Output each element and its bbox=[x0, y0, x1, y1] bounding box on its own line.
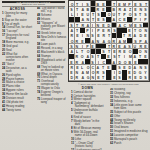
clue-number: 8 bbox=[71, 126, 73, 129]
cell-letter: A bbox=[113, 18, 116, 22]
grid-cell: R bbox=[69, 33, 74, 38]
clue-item: 46 “Life doesn’t stand still,” e.g. bbox=[37, 7, 67, 13]
grid-cell: D bbox=[138, 75, 143, 80]
cell-letter: N bbox=[86, 34, 89, 38]
clue-item: 48 Scheme bbox=[37, 14, 67, 17]
grid-cell: T bbox=[133, 28, 138, 33]
cell-letter: S bbox=[92, 60, 94, 64]
cell-letter: O bbox=[139, 28, 142, 32]
grid-cell: D bbox=[138, 33, 143, 38]
grid-cell: A bbox=[85, 23, 90, 28]
grid-cell: A bbox=[80, 75, 85, 80]
black-square bbox=[101, 54, 106, 59]
cell-letter: D bbox=[134, 71, 137, 75]
grid-cell: I bbox=[80, 44, 85, 49]
clue-number: 62 bbox=[110, 141, 113, 144]
grid-cell: O bbox=[69, 1, 74, 6]
clue-column-across-2: 46 “Life doesn’t stand still,” e.g.48 Sc… bbox=[37, 7, 67, 150]
cell-letter: N bbox=[139, 65, 142, 69]
grid-cell: E bbox=[101, 7, 106, 12]
cell-letter: E bbox=[123, 65, 125, 69]
clue-item: 31 Chirping, say bbox=[110, 91, 148, 94]
clue-item: 18 Bone marrow, e.g. bbox=[2, 40, 33, 43]
black-square bbox=[91, 1, 96, 6]
clue-number: 66 bbox=[37, 58, 40, 61]
black-square bbox=[69, 17, 74, 22]
clue-number: 31 bbox=[2, 80, 5, 83]
cell-letter: B bbox=[113, 7, 116, 11]
clue-item: 9 With 56-Down, real name of 44-Down bbox=[71, 131, 104, 137]
grid-cell: T bbox=[117, 12, 122, 17]
clue-number: 14 bbox=[2, 25, 5, 28]
cell-letter: P bbox=[86, 28, 88, 32]
black-square bbox=[106, 59, 111, 64]
grid-cell: R bbox=[75, 38, 80, 43]
cell-letter: E bbox=[102, 23, 104, 27]
cell-letter: T bbox=[97, 55, 99, 59]
cell-letter: E bbox=[102, 28, 104, 32]
cell-letter: R bbox=[118, 7, 121, 11]
cell-letter: L bbox=[81, 65, 83, 69]
clue-number: 73 bbox=[37, 87, 40, 90]
grid-cell: T bbox=[106, 44, 111, 49]
clue-item: 51 Imagined in medicine drug bbox=[110, 129, 148, 132]
black-square bbox=[91, 49, 96, 54]
cell-letter: Y bbox=[145, 71, 147, 75]
clue-number: 19 bbox=[2, 44, 5, 47]
cell-letter: E bbox=[102, 7, 104, 11]
clue-item: 10 Lithe bbox=[71, 138, 104, 141]
grid-cell: E bbox=[96, 17, 101, 22]
clue-item: 5 Slap on the water bbox=[2, 18, 33, 21]
cell-letter: E bbox=[97, 76, 99, 80]
cell-letter: T bbox=[102, 76, 104, 80]
grid-cell: U bbox=[112, 12, 117, 17]
grid-cell: Y bbox=[143, 70, 148, 75]
grid-cell: A bbox=[91, 38, 96, 43]
grid-cell: M bbox=[127, 54, 132, 59]
grid-cell: E bbox=[112, 75, 117, 80]
cell-letter: T bbox=[113, 2, 115, 6]
clue-number: 20 bbox=[2, 48, 5, 51]
cell-letter: N bbox=[139, 7, 142, 11]
grid-cell: E bbox=[122, 17, 127, 22]
cell-letter: O bbox=[86, 50, 89, 54]
clue-number: 43 bbox=[110, 113, 113, 116]
clue-item: 11 “...Orson Clod” (historic facts) bbox=[71, 142, 104, 148]
clue-item: 42 Heavy reading bbox=[2, 104, 33, 107]
black-square bbox=[127, 17, 132, 22]
cell-letter: S bbox=[71, 7, 73, 11]
cell-letter: T bbox=[76, 2, 78, 6]
grid-cell: T bbox=[143, 1, 148, 6]
cell-letter: E bbox=[81, 13, 83, 17]
black-square bbox=[112, 23, 117, 28]
grid-cell: P bbox=[96, 28, 101, 33]
grid-cell: E bbox=[101, 28, 106, 33]
grid-cell: S bbox=[91, 59, 96, 64]
cell-letter: R bbox=[108, 28, 111, 32]
grid-cell: I bbox=[80, 33, 85, 38]
black-square bbox=[112, 65, 117, 70]
grid-cell: G bbox=[138, 70, 143, 75]
cell-letter: S bbox=[102, 18, 104, 22]
clue-number: 1 bbox=[71, 90, 73, 93]
clue-item: 20 Seal bbox=[2, 48, 33, 51]
newspaper-crossword-page: THE CROSSWORD PUZZLE Edited by Will Shor… bbox=[0, 0, 150, 150]
grid-cell: I bbox=[91, 28, 96, 33]
grid-cell: A bbox=[101, 38, 106, 43]
cell-letter: E bbox=[108, 55, 110, 59]
clue-item: 1 Opening for many jobs bbox=[2, 11, 33, 17]
clue-item: 7 Words before “in the dark” bbox=[71, 120, 104, 126]
grid-cell: I bbox=[75, 12, 80, 17]
cell-letter: E bbox=[97, 34, 99, 38]
clue-number: 45 bbox=[110, 121, 113, 124]
clue-item: 19 Grid goal bbox=[2, 44, 33, 47]
grid-cell: E bbox=[122, 65, 127, 70]
cell-letter: D bbox=[118, 71, 121, 75]
cell-letter: E bbox=[123, 50, 125, 54]
grid-cell: S bbox=[69, 7, 74, 12]
grid-cell: P bbox=[133, 17, 138, 22]
grid-cell: E bbox=[80, 12, 85, 17]
grid-cell: B bbox=[112, 7, 117, 12]
cell-letter: E bbox=[134, 76, 136, 80]
cell-letter: N bbox=[97, 23, 100, 27]
cell-letter: T bbox=[108, 44, 110, 48]
black-square bbox=[85, 59, 90, 64]
cell-letter: A bbox=[71, 50, 74, 54]
grid-cell: O bbox=[138, 28, 143, 33]
clue-item: 71 Overhead conspicuously bbox=[37, 80, 67, 86]
cell-letter: P bbox=[134, 18, 136, 22]
grid-cell: S bbox=[127, 44, 132, 49]
clue-number: 56 bbox=[37, 35, 40, 38]
cell-letter: R bbox=[71, 34, 74, 38]
cell-letter: T bbox=[76, 28, 78, 32]
cell-letter: N bbox=[144, 28, 147, 32]
cell-letter: R bbox=[76, 60, 79, 64]
clue-item: 1 Comical doctor bbox=[71, 90, 104, 93]
cell-letter: E bbox=[97, 18, 99, 22]
black-square bbox=[91, 7, 96, 12]
grid-cell: E bbox=[143, 44, 148, 49]
cell-letter: O bbox=[123, 60, 126, 64]
grid-cell: E bbox=[133, 59, 138, 64]
clue-item: 44 Twisty turns bbox=[2, 108, 33, 111]
grid-cell: R bbox=[127, 75, 132, 80]
grid-cell: T bbox=[138, 12, 143, 17]
cell-letter: B bbox=[97, 2, 100, 6]
grid-cell: M bbox=[122, 38, 127, 43]
clue-item: 33 Indonesia, e.g. bbox=[110, 99, 148, 102]
clue-item: 45 Israel’s Sharon bbox=[110, 122, 148, 125]
cell-letter: E bbox=[71, 71, 73, 75]
black-square bbox=[96, 49, 101, 54]
black-square bbox=[106, 75, 111, 80]
cell-letter: C bbox=[118, 18, 121, 22]
grid-cell: P bbox=[127, 1, 132, 6]
grid-cell: S bbox=[143, 65, 148, 70]
clue-number: 64 bbox=[37, 54, 40, 57]
cell-letter: R bbox=[113, 44, 116, 48]
cell-letter: N bbox=[97, 39, 100, 43]
grid-cell: S bbox=[69, 44, 74, 49]
grid-cell: D bbox=[106, 23, 111, 28]
cell-letter: E bbox=[129, 71, 131, 75]
grid-cell: R bbox=[101, 33, 106, 38]
cell-letter: E bbox=[113, 76, 115, 80]
grid-cell: T bbox=[91, 17, 96, 22]
cell-letter: I bbox=[82, 2, 83, 6]
grid-cell: U bbox=[133, 44, 138, 49]
cell-letter: A bbox=[134, 34, 137, 38]
cell-letter: A bbox=[134, 65, 137, 69]
grid-cell: A bbox=[122, 44, 127, 49]
cell-letter: D bbox=[129, 65, 132, 69]
clue-number: 18 bbox=[2, 40, 5, 43]
grid-cell: T bbox=[138, 54, 143, 59]
cell-letter: C bbox=[92, 65, 95, 69]
cell-letter: I bbox=[92, 28, 93, 32]
grid-cell: L bbox=[75, 49, 80, 54]
grid-cell: M bbox=[85, 70, 90, 75]
clue-item: 56 New Delhi’s famous site bbox=[37, 36, 67, 42]
cell-letter: E bbox=[145, 44, 147, 48]
black-square bbox=[80, 28, 85, 33]
cell-letter: I bbox=[92, 23, 93, 27]
cell-letter: I bbox=[82, 34, 83, 38]
cell-letter: T bbox=[124, 34, 126, 38]
cell-letter: P bbox=[139, 39, 141, 43]
clue-number: 35 bbox=[110, 110, 113, 113]
grid-cell: E bbox=[112, 49, 117, 54]
clue-section-header: ACROSS bbox=[2, 7, 33, 11]
cell-letter: O bbox=[81, 55, 84, 59]
cell-letter: N bbox=[92, 76, 95, 80]
grid-cell: D bbox=[133, 70, 138, 75]
cell-letter: S bbox=[118, 76, 120, 80]
grid-cell: E bbox=[143, 54, 148, 59]
clue-item: 44 Young recklessly bbox=[110, 118, 148, 121]
clue-number: 5 bbox=[71, 109, 73, 112]
grid-cell: S bbox=[133, 38, 138, 43]
cell-letter: N bbox=[86, 18, 89, 22]
clue-item: 14 Overall fun, for short bbox=[2, 26, 33, 29]
grid-cell: E bbox=[133, 1, 138, 6]
grid-cell: A bbox=[133, 33, 138, 38]
grid-cell: O bbox=[122, 59, 127, 64]
grid-cell: E bbox=[133, 7, 138, 12]
grid-cell: E bbox=[69, 59, 74, 64]
cell-letter: G bbox=[139, 71, 142, 75]
cell-letter: E bbox=[145, 55, 147, 59]
cell-letter: C bbox=[123, 23, 126, 27]
black-square bbox=[101, 12, 106, 17]
grid-cell: O bbox=[85, 65, 90, 70]
cell-letter: T bbox=[139, 13, 141, 17]
black-square bbox=[106, 7, 111, 12]
grid-cell: L bbox=[69, 12, 74, 17]
cell-letter: R bbox=[71, 65, 74, 69]
clue-number: 71 bbox=[37, 80, 40, 83]
clue-number: 74 bbox=[37, 90, 40, 93]
grid-cell: E bbox=[127, 70, 132, 75]
clue-item: 66 Woodstock artist of 1969 bbox=[37, 58, 67, 64]
grid-cell: R bbox=[69, 65, 74, 70]
grid-cell: G bbox=[85, 75, 90, 80]
grid-cell: O bbox=[80, 54, 85, 59]
grid-cell: A bbox=[80, 7, 85, 12]
grid-cell: S bbox=[112, 28, 117, 33]
clue-column-down-1: DOWN1 Comical doctor2 Certain hairstyles… bbox=[71, 86, 104, 150]
cell-letter: U bbox=[134, 44, 137, 48]
grid-cell: A bbox=[69, 49, 74, 54]
cell-letter: P bbox=[97, 28, 99, 32]
grid-cell: R bbox=[75, 54, 80, 59]
grid-cell: A bbox=[80, 59, 85, 64]
grid-cell: E bbox=[101, 1, 106, 6]
cell-letter: A bbox=[123, 7, 126, 11]
cell-letter: N bbox=[144, 50, 147, 54]
clue-item: 50 Oval beans bbox=[110, 125, 148, 128]
cell-letter: N bbox=[76, 71, 79, 75]
cell-letter: P bbox=[123, 13, 125, 17]
cell-letter: S bbox=[118, 65, 120, 69]
grid-cell: D bbox=[117, 59, 122, 64]
cell-letter: E bbox=[134, 7, 136, 11]
grid-cell: T bbox=[91, 12, 96, 17]
cell-letter: P bbox=[86, 44, 88, 48]
grid-cell: M bbox=[122, 1, 127, 6]
cell-letter: S bbox=[145, 13, 147, 17]
grid-cell: C bbox=[91, 65, 96, 70]
clue-number: 9 bbox=[2, 21, 4, 24]
grid-cell: U bbox=[85, 12, 90, 17]
grid-cell: R bbox=[117, 49, 122, 54]
clue-number: 34 bbox=[110, 103, 113, 106]
cell-letter: M bbox=[128, 55, 131, 59]
cell-letter: T bbox=[76, 23, 78, 27]
cell-letter: S bbox=[145, 76, 147, 80]
grid-cell: T bbox=[106, 49, 111, 54]
clue-number: 55 bbox=[110, 137, 113, 140]
grid-cell: N bbox=[96, 38, 101, 43]
cell-letter: S bbox=[71, 23, 73, 27]
black-square bbox=[75, 17, 80, 22]
clue-number: 39 bbox=[2, 96, 5, 99]
clue-item: 43 Offer bbox=[110, 114, 148, 117]
grid-cell: T bbox=[122, 33, 127, 38]
grid-cell: T bbox=[75, 1, 80, 6]
clue-number: 42 bbox=[2, 103, 5, 106]
grid-cell: A bbox=[122, 7, 127, 12]
cell-letter: A bbox=[81, 18, 84, 22]
clue-number: 30 bbox=[110, 88, 113, 91]
black-square bbox=[122, 70, 127, 75]
grid-cell: S bbox=[101, 17, 106, 22]
grid-cell: A bbox=[112, 17, 117, 22]
clue-item: 24 Decorative, as a sash bbox=[2, 66, 33, 72]
grid-cell: E bbox=[106, 54, 111, 59]
cell-letter: E bbox=[92, 44, 94, 48]
cell-letter: A bbox=[118, 39, 121, 43]
grid-cell: R bbox=[96, 7, 101, 12]
grid-cell: E bbox=[106, 65, 111, 70]
grid-cell: S bbox=[143, 75, 148, 80]
cell-letter: R bbox=[97, 7, 100, 11]
cell-letter: S bbox=[129, 44, 131, 48]
grid-cell: B bbox=[85, 7, 90, 12]
cell-letter: A bbox=[144, 39, 147, 43]
cell-letter: T bbox=[108, 50, 110, 54]
cell-letter: A bbox=[123, 44, 126, 48]
grid-cell: E bbox=[91, 44, 96, 49]
cell-letter: T bbox=[102, 65, 104, 69]
cell-letter: T bbox=[118, 13, 120, 17]
grid-cell: E bbox=[143, 33, 148, 38]
cell-letter: C bbox=[102, 60, 105, 64]
clue-item: 74 Eugene Onegin’s beloved bbox=[37, 91, 67, 97]
grid-cell: A bbox=[96, 65, 101, 70]
clue-item: 22 What flat connections often involve bbox=[2, 52, 33, 61]
cell-letter: S bbox=[113, 28, 115, 32]
clue-number: 10 bbox=[71, 137, 74, 140]
clue-number: 9 bbox=[71, 130, 73, 133]
grid-cell: O bbox=[69, 38, 74, 43]
grid-cell: R bbox=[112, 44, 117, 49]
black-square bbox=[106, 70, 111, 75]
clue-item: 39 Division result bbox=[2, 96, 33, 99]
cell-letter: E bbox=[81, 39, 83, 43]
clue-item: 9 Trio of myth bbox=[2, 22, 33, 25]
cell-letter: S bbox=[102, 50, 104, 54]
grid-cell: N bbox=[75, 70, 80, 75]
grid-cell: O bbox=[127, 49, 132, 54]
clue-number: 49 bbox=[37, 18, 40, 21]
grid-cell: T bbox=[80, 49, 85, 54]
grid-cell: M bbox=[127, 23, 132, 28]
black-square bbox=[69, 54, 74, 59]
grid-cell: I bbox=[122, 54, 127, 59]
clue-number: 70 bbox=[37, 76, 40, 79]
clue-number: 2 bbox=[71, 94, 73, 97]
cell-letter: G bbox=[107, 39, 110, 43]
cell-letter: L bbox=[71, 13, 73, 17]
grid-cell: E bbox=[127, 28, 132, 33]
grid-cell: T bbox=[75, 23, 80, 28]
grid-cell: S bbox=[101, 49, 106, 54]
clue-number: 61 bbox=[37, 50, 40, 53]
cell-letter: S bbox=[113, 55, 115, 59]
clue-number: 24 bbox=[2, 66, 5, 69]
clue-number: 68 bbox=[37, 65, 40, 68]
clue-item: 5 Undercover buffalo herder bbox=[71, 109, 104, 115]
clue-number: 33 bbox=[110, 99, 113, 102]
black-square bbox=[85, 38, 90, 43]
cell-letter: D bbox=[108, 23, 111, 27]
grid-cell: A bbox=[69, 28, 74, 33]
grid-cell: I bbox=[96, 59, 101, 64]
grid-cell: R bbox=[112, 38, 117, 43]
grid-cell: S bbox=[91, 54, 96, 59]
clue-item: 31 Make a choice bbox=[2, 81, 33, 84]
cell-letter: A bbox=[81, 60, 84, 64]
cell-letter: B bbox=[86, 7, 89, 11]
cell-letter: A bbox=[81, 71, 84, 75]
cell-letter: E bbox=[129, 28, 131, 32]
